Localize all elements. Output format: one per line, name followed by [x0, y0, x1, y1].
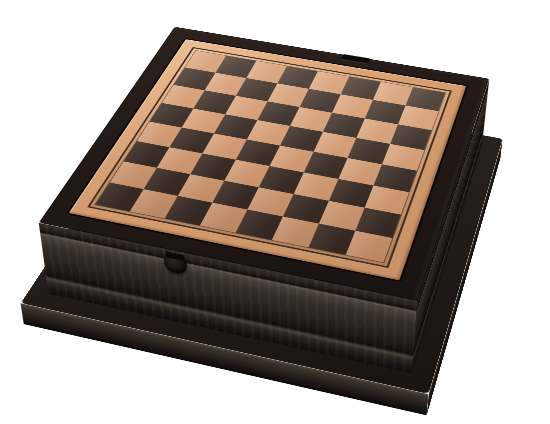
board-pinstripe: [87, 47, 452, 268]
chess-box: [46, 74, 484, 354]
chess-board: [94, 50, 446, 263]
scene: [100, 16, 460, 376]
product-photo: [0, 0, 550, 424]
lid-notch: [341, 54, 370, 64]
latch-tab: [164, 255, 187, 275]
